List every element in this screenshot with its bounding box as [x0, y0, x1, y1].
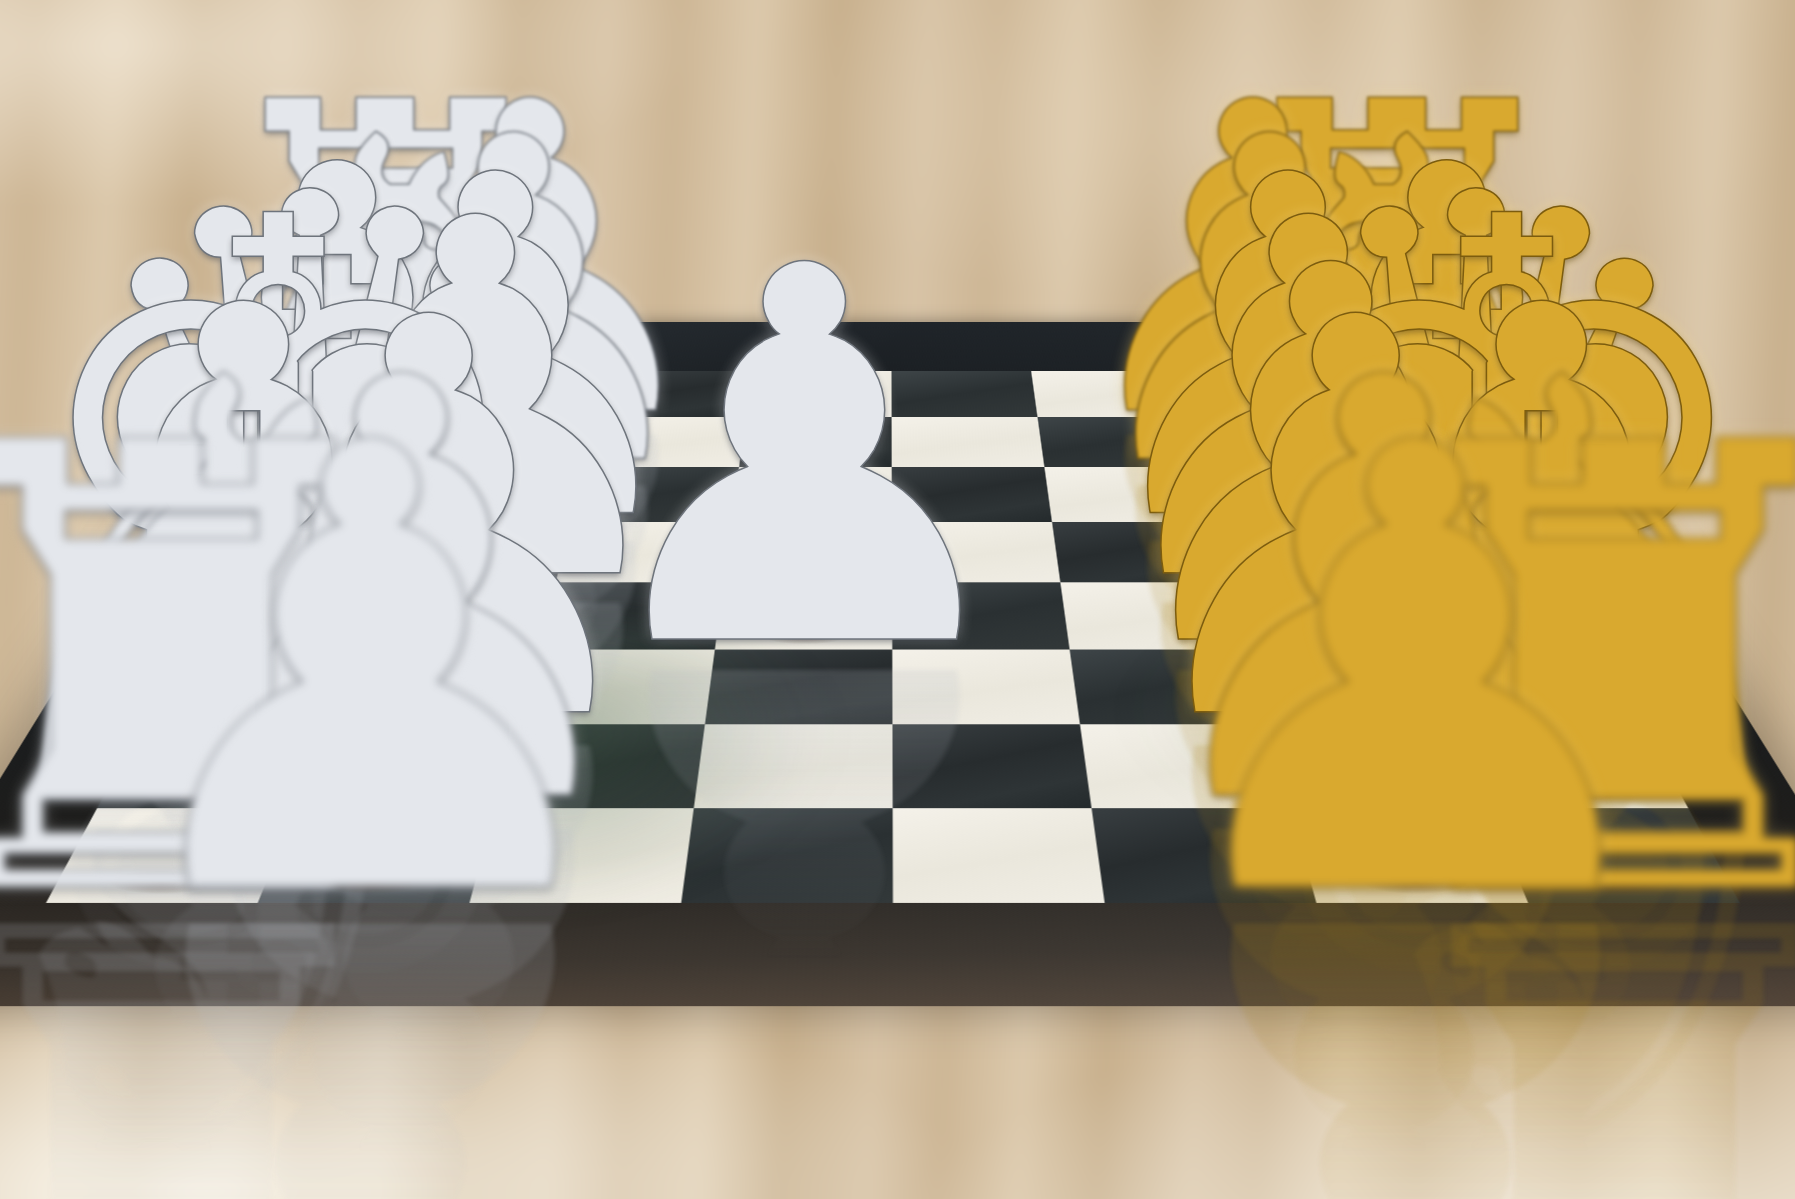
- pieces-layer: ♜♜♟♟♜♜♟♟♞♞♟♟♞♞♟♟♝♝♟♟♝♝♟♟♛♛♟♟♛♛♟♟♚♚♟♟♚♚♟♟…: [0, 0, 1795, 1199]
- chess-photo-scene: ♜♜♟♟♜♜♟♟♞♞♟♟♞♞♟♟♝♝♟♟♝♝♟♟♛♛♟♟♛♛♟♟♚♚♟♟♚♚♟♟…: [0, 0, 1795, 1199]
- piece-black-pawn-h7: ♟: [1140, 366, 1692, 981]
- piece-white-pawn-h2: ♟: [94, 366, 646, 981]
